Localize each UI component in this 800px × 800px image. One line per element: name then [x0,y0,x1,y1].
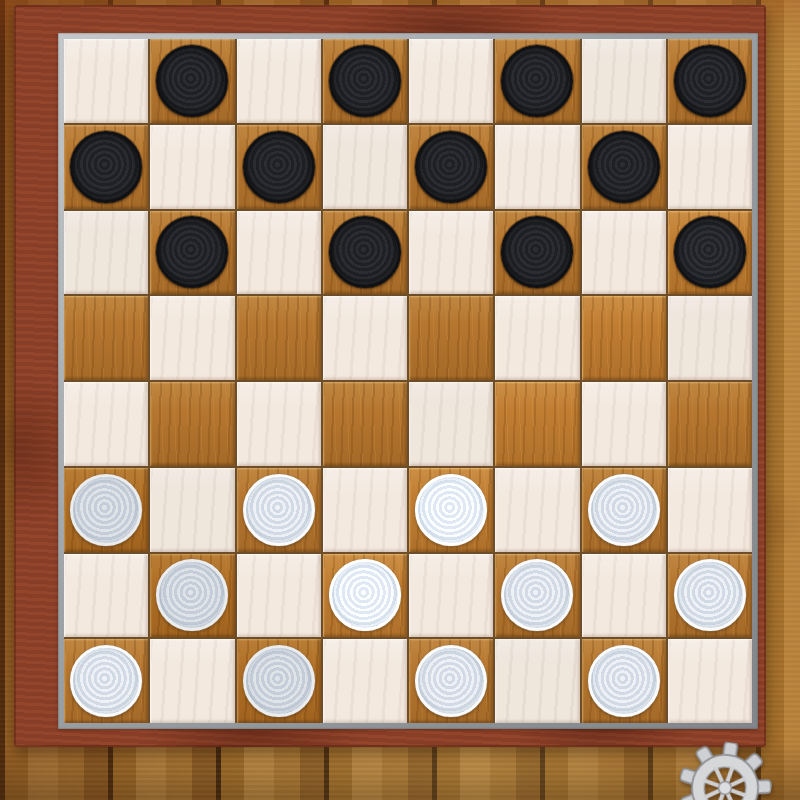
piece-light[interactable] [70,474,142,546]
square-r4c3[interactable] [237,296,321,380]
square-r1c7 [582,39,666,123]
checkers-board [64,39,752,723]
square-r7c4[interactable] [323,554,407,638]
square-r7c6[interactable] [495,554,579,638]
square-r2c3[interactable] [237,125,321,209]
piece-dark[interactable] [415,131,487,203]
square-r7c8[interactable] [668,554,752,638]
square-r2c8 [668,125,752,209]
square-r2c6 [495,125,579,209]
square-r8c2 [150,639,234,723]
square-r6c4 [323,468,407,552]
square-r7c5 [409,554,493,638]
square-r7c3 [237,554,321,638]
piece-dark[interactable] [501,45,573,117]
square-r4c7[interactable] [582,296,666,380]
piece-dark[interactable] [588,131,660,203]
square-r7c2[interactable] [150,554,234,638]
square-r6c6 [495,468,579,552]
square-r7c7 [582,554,666,638]
piece-dark[interactable] [329,45,401,117]
piece-dark[interactable] [674,45,746,117]
piece-dark[interactable] [674,216,746,288]
square-r2c1[interactable] [64,125,148,209]
square-r8c3[interactable] [237,639,321,723]
piece-dark[interactable] [243,131,315,203]
square-r6c2 [150,468,234,552]
board-frame [14,5,766,747]
square-r8c6 [495,639,579,723]
piece-light[interactable] [415,474,487,546]
square-r2c5[interactable] [409,125,493,209]
square-r3c1 [64,211,148,295]
square-r2c2 [150,125,234,209]
square-r5c2[interactable] [150,382,234,466]
piece-dark[interactable] [70,131,142,203]
square-r5c4[interactable] [323,382,407,466]
square-r6c1[interactable] [64,468,148,552]
square-r7c1 [64,554,148,638]
square-r4c4 [323,296,407,380]
checkers-app [0,0,800,800]
square-r8c8 [668,639,752,723]
square-r1c4[interactable] [323,39,407,123]
piece-light[interactable] [243,474,315,546]
square-r1c6[interactable] [495,39,579,123]
piece-dark[interactable] [156,216,228,288]
square-r5c5 [409,382,493,466]
piece-dark[interactable] [501,216,573,288]
square-r8c4 [323,639,407,723]
square-r1c2[interactable] [150,39,234,123]
piece-light[interactable] [501,559,573,631]
square-r5c3 [237,382,321,466]
square-r5c1 [64,382,148,466]
square-r1c8[interactable] [668,39,752,123]
square-r4c8 [668,296,752,380]
square-r5c6[interactable] [495,382,579,466]
square-r8c5[interactable] [409,639,493,723]
square-r1c1 [64,39,148,123]
piece-dark[interactable] [156,45,228,117]
piece-light[interactable] [588,645,660,717]
piece-light[interactable] [415,645,487,717]
piece-dark[interactable] [329,216,401,288]
square-r3c2[interactable] [150,211,234,295]
piece-light[interactable] [156,559,228,631]
square-r3c8[interactable] [668,211,752,295]
square-r3c7 [582,211,666,295]
square-r6c5[interactable] [409,468,493,552]
piece-light[interactable] [588,474,660,546]
board-rim [58,33,758,729]
square-r4c1[interactable] [64,296,148,380]
square-r1c3 [237,39,321,123]
square-r3c4[interactable] [323,211,407,295]
square-r5c8[interactable] [668,382,752,466]
piece-light[interactable] [243,645,315,717]
square-r6c7[interactable] [582,468,666,552]
piece-light[interactable] [70,645,142,717]
square-r3c5 [409,211,493,295]
square-r5c7 [582,382,666,466]
square-r8c1[interactable] [64,639,148,723]
square-r3c3 [237,211,321,295]
square-r4c2 [150,296,234,380]
square-r4c6 [495,296,579,380]
square-r2c4 [323,125,407,209]
square-r4c5[interactable] [409,296,493,380]
square-r6c3[interactable] [237,468,321,552]
piece-light[interactable] [674,559,746,631]
square-r6c8 [668,468,752,552]
piece-light[interactable] [329,559,401,631]
square-r2c7[interactable] [582,125,666,209]
square-r8c7[interactable] [582,639,666,723]
square-r1c5 [409,39,493,123]
square-r3c6[interactable] [495,211,579,295]
